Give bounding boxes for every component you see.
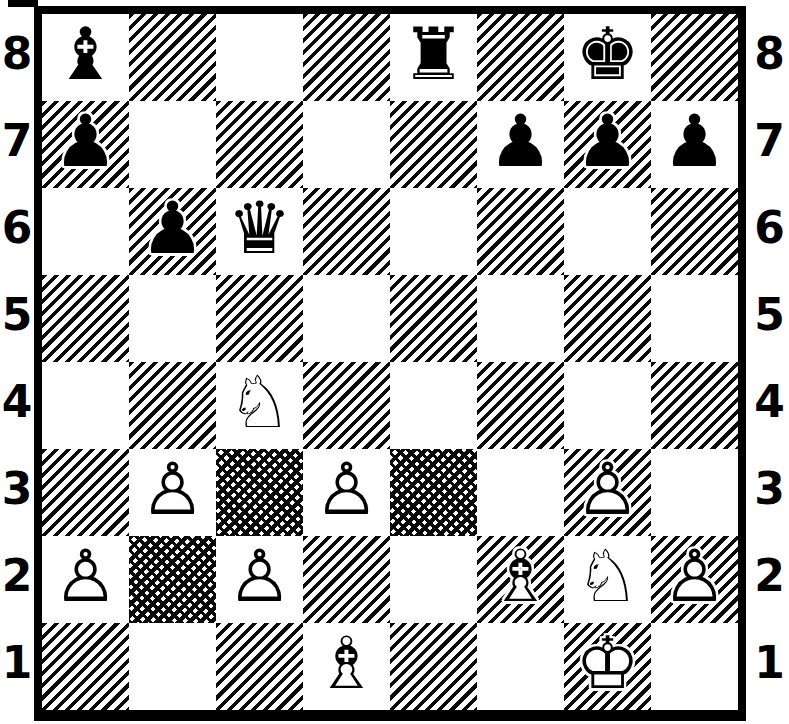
square-a4[interactable] bbox=[42, 362, 129, 449]
square-h6[interactable] bbox=[651, 188, 738, 275]
white-pawn-h2[interactable]: ♟♙ bbox=[651, 536, 738, 623]
chess-diagram: 87654321 ♝♝♜♜♚♚♟♟♟♟♟♟♟♟♟♟♛♛♞♘♟♙♟♙♟♙♟♙♟♙♝… bbox=[0, 0, 789, 724]
white-pawn-b3[interactable]: ♟♙ bbox=[129, 449, 216, 536]
rank-label-right-5: 5 bbox=[750, 271, 789, 358]
piece-glyph: ♔ bbox=[564, 620, 651, 707]
piece-glyph: ♙ bbox=[303, 446, 390, 533]
black-rook-e8[interactable]: ♜♜ bbox=[390, 14, 477, 101]
black-pawn-f7[interactable]: ♟♟ bbox=[477, 101, 564, 188]
square-f4[interactable] bbox=[477, 362, 564, 449]
piece-glyph: ♗ bbox=[303, 620, 390, 707]
square-d1[interactable]: ♝♗ bbox=[303, 623, 390, 710]
piece-glyph: ♙ bbox=[216, 533, 303, 620]
rank-label-right-3: 3 bbox=[750, 445, 789, 532]
square-g5[interactable] bbox=[564, 275, 651, 362]
square-a1[interactable] bbox=[42, 623, 129, 710]
square-e3[interactable] bbox=[390, 449, 477, 536]
square-b1[interactable] bbox=[129, 623, 216, 710]
square-b2[interactable] bbox=[129, 536, 216, 623]
square-h3[interactable] bbox=[651, 449, 738, 536]
rank-label-left-1: 1 bbox=[0, 619, 34, 706]
square-d6[interactable] bbox=[303, 188, 390, 275]
rank-label-left-4: 4 bbox=[0, 358, 34, 445]
white-knight-g2[interactable]: ♞♘ bbox=[564, 536, 651, 623]
square-e5[interactable] bbox=[390, 275, 477, 362]
black-bishop-a8[interactable]: ♝♝ bbox=[42, 14, 129, 101]
white-pawn-c2[interactable]: ♟♙ bbox=[216, 536, 303, 623]
white-pawn-g3[interactable]: ♟♙ bbox=[564, 449, 651, 536]
square-c6[interactable]: ♛♛ bbox=[216, 188, 303, 275]
square-b6[interactable]: ♟♟ bbox=[129, 188, 216, 275]
square-d5[interactable] bbox=[303, 275, 390, 362]
piece-glyph: ♙ bbox=[651, 533, 738, 620]
piece-glyph: ♟ bbox=[129, 185, 216, 272]
square-f2[interactable]: ♝♗ bbox=[477, 536, 564, 623]
white-pawn-d3[interactable]: ♟♙ bbox=[303, 449, 390, 536]
white-king-g1[interactable]: ♚♔ bbox=[564, 623, 651, 710]
square-c8[interactable] bbox=[216, 14, 303, 101]
white-bishop-d1[interactable]: ♝♗ bbox=[303, 623, 390, 710]
piece-glyph: ♜ bbox=[390, 11, 477, 98]
square-g2[interactable]: ♞♘ bbox=[564, 536, 651, 623]
rank-label-right-7: 7 bbox=[750, 97, 789, 184]
square-e4[interactable] bbox=[390, 362, 477, 449]
piece-glyph: ♟ bbox=[42, 98, 129, 185]
white-pawn-a2[interactable]: ♟♙ bbox=[42, 536, 129, 623]
rank-label-right-2: 2 bbox=[750, 532, 789, 619]
piece-glyph: ♙ bbox=[42, 533, 129, 620]
piece-glyph: ♚ bbox=[564, 11, 651, 98]
square-d7[interactable] bbox=[303, 101, 390, 188]
piece-glyph: ♘ bbox=[564, 533, 651, 620]
square-f6[interactable] bbox=[477, 188, 564, 275]
rank-label-right-8: 8 bbox=[750, 10, 789, 97]
square-g6[interactable] bbox=[564, 188, 651, 275]
square-h5[interactable] bbox=[651, 275, 738, 362]
black-queen-c6[interactable]: ♛♛ bbox=[216, 188, 303, 275]
square-c4[interactable]: ♞♘ bbox=[216, 362, 303, 449]
rank-label-left-3: 3 bbox=[0, 445, 34, 532]
square-c5[interactable] bbox=[216, 275, 303, 362]
rank-label-left-2: 2 bbox=[0, 532, 34, 619]
square-e7[interactable] bbox=[390, 101, 477, 188]
square-b3[interactable]: ♟♙ bbox=[129, 449, 216, 536]
square-g4[interactable] bbox=[564, 362, 651, 449]
square-d2[interactable] bbox=[303, 536, 390, 623]
piece-glyph: ♝ bbox=[42, 11, 129, 98]
square-g8[interactable]: ♚♚ bbox=[564, 14, 651, 101]
board-frame: ♝♝♜♜♚♚♟♟♟♟♟♟♟♟♟♟♛♛♞♘♟♙♟♙♟♙♟♙♟♙♝♗♞♘♟♙♝♗♚♔ bbox=[34, 6, 746, 721]
square-h4[interactable] bbox=[651, 362, 738, 449]
square-b7[interactable] bbox=[129, 101, 216, 188]
white-knight-c4[interactable]: ♞♘ bbox=[216, 362, 303, 449]
square-e6[interactable] bbox=[390, 188, 477, 275]
square-e8[interactable]: ♜♜ bbox=[390, 14, 477, 101]
square-c1[interactable] bbox=[216, 623, 303, 710]
piece-glyph: ♗ bbox=[477, 533, 564, 620]
square-h8[interactable] bbox=[651, 14, 738, 101]
piece-glyph: ♘ bbox=[216, 359, 303, 446]
rank-labels-left: 87654321 bbox=[0, 14, 34, 710]
white-bishop-f2[interactable]: ♝♗ bbox=[477, 536, 564, 623]
square-b4[interactable] bbox=[129, 362, 216, 449]
square-a8[interactable]: ♝♝ bbox=[42, 14, 129, 101]
rank-label-left-7: 7 bbox=[0, 97, 34, 184]
square-d4[interactable] bbox=[303, 362, 390, 449]
black-pawn-a7[interactable]: ♟♟ bbox=[42, 101, 129, 188]
square-a3[interactable] bbox=[42, 449, 129, 536]
square-d8[interactable] bbox=[303, 14, 390, 101]
square-f5[interactable] bbox=[477, 275, 564, 362]
square-a2[interactable]: ♟♙ bbox=[42, 536, 129, 623]
square-g1[interactable]: ♚♔ bbox=[564, 623, 651, 710]
square-h7[interactable]: ♟♟ bbox=[651, 101, 738, 188]
square-f8[interactable] bbox=[477, 14, 564, 101]
square-a7[interactable]: ♟♟ bbox=[42, 101, 129, 188]
piece-glyph: ♟ bbox=[564, 98, 651, 185]
black-pawn-b6[interactable]: ♟♟ bbox=[129, 188, 216, 275]
square-f7[interactable]: ♟♟ bbox=[477, 101, 564, 188]
black-pawn-h7[interactable]: ♟♟ bbox=[651, 101, 738, 188]
square-g7[interactable]: ♟♟ bbox=[564, 101, 651, 188]
square-f3[interactable] bbox=[477, 449, 564, 536]
rank-label-left-6: 6 bbox=[0, 184, 34, 271]
rank-label-left-5: 5 bbox=[0, 271, 34, 358]
rank-label-left-8: 8 bbox=[0, 10, 34, 97]
square-f1[interactable] bbox=[477, 623, 564, 710]
square-a6[interactable] bbox=[42, 188, 129, 275]
square-g3[interactable]: ♟♙ bbox=[564, 449, 651, 536]
black-pawn-g7[interactable]: ♟♟ bbox=[564, 101, 651, 188]
chess-board[interactable]: ♝♝♜♜♚♚♟♟♟♟♟♟♟♟♟♟♛♛♞♘♟♙♟♙♟♙♟♙♟♙♝♗♞♘♟♙♝♗♚♔ bbox=[42, 14, 738, 710]
rank-label-right-6: 6 bbox=[750, 184, 789, 271]
rank-label-right-1: 1 bbox=[750, 619, 789, 706]
rank-labels-right: 87654321 bbox=[750, 14, 789, 710]
square-e1[interactable] bbox=[390, 623, 477, 710]
piece-glyph: ♛ bbox=[216, 185, 303, 272]
square-b8[interactable] bbox=[129, 14, 216, 101]
square-c7[interactable] bbox=[216, 101, 303, 188]
square-c2[interactable]: ♟♙ bbox=[216, 536, 303, 623]
rank-label-right-4: 4 bbox=[750, 358, 789, 445]
square-h2[interactable]: ♟♙ bbox=[651, 536, 738, 623]
square-e2[interactable] bbox=[390, 536, 477, 623]
black-king-g8[interactable]: ♚♚ bbox=[564, 14, 651, 101]
square-a5[interactable] bbox=[42, 275, 129, 362]
piece-glyph: ♟ bbox=[651, 98, 738, 185]
piece-glyph: ♟ bbox=[477, 98, 564, 185]
square-d3[interactable]: ♟♙ bbox=[303, 449, 390, 536]
piece-glyph: ♙ bbox=[129, 446, 216, 533]
square-b5[interactable] bbox=[129, 275, 216, 362]
square-c3[interactable] bbox=[216, 449, 303, 536]
piece-glyph: ♙ bbox=[564, 446, 651, 533]
square-h1[interactable] bbox=[651, 623, 738, 710]
